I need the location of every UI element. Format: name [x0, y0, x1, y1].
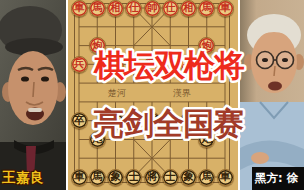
left-photo-figure: [0, 0, 68, 190]
piece-black-象: 象: [107, 169, 124, 186]
piece-black-卒: 卒: [144, 112, 161, 129]
right-photo-figure: [240, 0, 304, 190]
piece-black-卒: 卒: [71, 112, 88, 129]
piece-black-馬: 馬: [198, 169, 215, 186]
piece-black-象: 象: [180, 169, 197, 186]
piece-red-兵: 兵: [144, 56, 161, 73]
piece-black-卒: 卒: [217, 112, 234, 129]
black-side-caption-text: 黑方: 徐: [255, 171, 298, 186]
piece-black-車: 車: [217, 169, 234, 186]
piece-red-仕: 仕: [125, 0, 142, 17]
piece-red-兵: 兵: [107, 56, 124, 73]
piece-red-相: 相: [107, 0, 124, 17]
piece-black-將: 將: [144, 169, 161, 186]
piece-black-士: 士: [125, 169, 142, 186]
video-thumbnail: 楚河 漢界 車馬相仕帥仕相馬車炮炮兵兵兵兵兵卒卒卒卒卒炮炮車馬象士將士象馬車: [0, 0, 304, 190]
piece-red-兵: 兵: [217, 56, 234, 73]
piece-red-炮: 炮: [198, 37, 215, 54]
piece-red-車: 車: [71, 0, 88, 17]
piece-black-卒: 卒: [107, 112, 124, 129]
piece-red-馬: 馬: [89, 0, 106, 17]
piece-black-車: 車: [71, 169, 88, 186]
piece-black-炮: 炮: [198, 131, 215, 148]
piece-red-仕: 仕: [162, 0, 179, 17]
piece-black-卒: 卒: [180, 112, 197, 129]
piece-red-炮: 炮: [89, 37, 106, 54]
piece-red-馬: 馬: [198, 0, 215, 17]
piece-black-炮: 炮: [89, 131, 106, 148]
piece-black-士: 士: [162, 169, 179, 186]
left-photo: [0, 0, 68, 190]
right-photo: 黑方: 徐: [238, 0, 304, 190]
piece-red-兵: 兵: [180, 56, 197, 73]
piece-red-車: 車: [217, 0, 234, 17]
black-side-caption: 黑方: 徐: [252, 167, 304, 190]
left-name-caption: 王嘉良: [2, 169, 44, 187]
piece-red-帥: 帥: [144, 0, 161, 17]
piece-black-馬: 馬: [89, 169, 106, 186]
piece-red-相: 相: [180, 0, 197, 17]
piece-red-兵: 兵: [71, 56, 88, 73]
